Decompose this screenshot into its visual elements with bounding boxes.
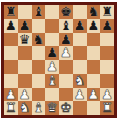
black-bishop-piece: ♝ xyxy=(60,19,72,33)
square-d5[interactable]: ♟ xyxy=(45,46,59,60)
square-g3[interactable] xyxy=(87,74,101,88)
square-g8[interactable]: ♞ xyxy=(87,5,101,19)
black-king-piece: ♚ xyxy=(60,5,72,19)
square-a5[interactable] xyxy=(4,46,18,60)
square-e6[interactable]: ♟ xyxy=(59,33,73,47)
square-e4[interactable] xyxy=(59,60,73,74)
square-e3[interactable] xyxy=(59,74,73,88)
black-bishop-piece: ♝ xyxy=(33,5,45,19)
square-b2[interactable]: ♟ xyxy=(18,88,32,102)
black-pawn-piece: ♟ xyxy=(60,33,72,47)
square-a2[interactable]: ♟ xyxy=(4,88,18,102)
square-e2[interactable] xyxy=(59,88,73,102)
square-c8[interactable]: ♝ xyxy=(32,5,46,19)
square-b4[interactable] xyxy=(18,60,32,74)
square-c6[interactable]: ♞ xyxy=(32,33,46,47)
chess-board-frame: ♜♝♚♞♜♟♟♝♟♟♟♛♞♟♟♟♟♝♞♟♟♟♟♟♜♞♝♛♚♜ xyxy=(1,2,117,118)
square-g1[interactable] xyxy=(87,101,101,115)
square-h7[interactable]: ♟ xyxy=(100,19,114,33)
square-a6[interactable] xyxy=(4,33,18,47)
square-d2[interactable] xyxy=(45,88,59,102)
black-queen-piece: ♛ xyxy=(19,33,31,47)
chess-board: ♜♝♚♞♜♟♟♝♟♟♟♛♞♟♟♟♟♝♞♟♟♟♟♟♜♞♝♛♚♜ xyxy=(4,5,114,115)
square-a8[interactable]: ♜ xyxy=(4,5,18,19)
black-rook-piece: ♜ xyxy=(101,5,113,19)
square-a3[interactable] xyxy=(4,74,18,88)
square-a1[interactable]: ♜ xyxy=(4,101,18,115)
black-pawn-piece: ♟ xyxy=(5,19,17,33)
square-d4[interactable]: ♟ xyxy=(45,60,59,74)
square-h6[interactable] xyxy=(100,33,114,47)
black-rook-piece: ♜ xyxy=(5,5,17,19)
square-c5[interactable] xyxy=(32,46,46,60)
square-e5[interactable]: ♟ xyxy=(59,46,73,60)
square-c1[interactable]: ♝ xyxy=(32,101,46,115)
square-e7[interactable]: ♝ xyxy=(59,19,73,33)
square-h1[interactable]: ♜ xyxy=(100,101,114,115)
white-pawn-piece: ♟ xyxy=(46,60,58,74)
black-knight-piece: ♞ xyxy=(33,33,45,47)
white-rook-piece: ♜ xyxy=(5,101,17,115)
white-knight-piece: ♞ xyxy=(74,74,86,88)
black-pawn-piece: ♟ xyxy=(101,19,113,33)
square-f8[interactable] xyxy=(73,5,87,19)
square-d8[interactable] xyxy=(45,5,59,19)
black-pawn-piece: ♟ xyxy=(46,46,58,60)
square-e1[interactable]: ♚ xyxy=(59,101,73,115)
white-knight-piece: ♞ xyxy=(19,101,31,115)
white-pawn-piece: ♟ xyxy=(101,88,113,102)
square-a7[interactable]: ♟ xyxy=(4,19,18,33)
square-f1[interactable] xyxy=(73,101,87,115)
black-knight-piece: ♞ xyxy=(88,5,100,19)
square-g2[interactable]: ♟ xyxy=(87,88,101,102)
square-f5[interactable] xyxy=(73,46,87,60)
square-h5[interactable] xyxy=(100,46,114,60)
square-e8[interactable]: ♚ xyxy=(59,5,73,19)
square-b3[interactable] xyxy=(18,74,32,88)
square-h2[interactable]: ♟ xyxy=(100,88,114,102)
white-bishop-piece: ♝ xyxy=(33,101,45,115)
black-pawn-piece: ♟ xyxy=(74,19,86,33)
square-b6[interactable]: ♛ xyxy=(18,33,32,47)
square-g5[interactable] xyxy=(87,46,101,60)
square-b8[interactable] xyxy=(18,5,32,19)
square-b7[interactable]: ♟ xyxy=(18,19,32,33)
square-c4[interactable] xyxy=(32,60,46,74)
square-g6[interactable] xyxy=(87,33,101,47)
white-queen-piece: ♛ xyxy=(46,101,58,115)
white-pawn-piece: ♟ xyxy=(5,88,17,102)
square-a4[interactable] xyxy=(4,60,18,74)
square-c7[interactable] xyxy=(32,19,46,33)
white-king-piece: ♚ xyxy=(60,101,72,115)
square-f3[interactable]: ♞ xyxy=(73,74,87,88)
square-c2[interactable] xyxy=(32,88,46,102)
square-f7[interactable]: ♟ xyxy=(73,19,87,33)
white-rook-piece: ♜ xyxy=(101,101,113,115)
square-d7[interactable] xyxy=(45,19,59,33)
black-pawn-piece: ♟ xyxy=(19,19,31,33)
square-h8[interactable]: ♜ xyxy=(100,5,114,19)
square-d3[interactable]: ♝ xyxy=(45,74,59,88)
square-d1[interactable]: ♛ xyxy=(45,101,59,115)
black-pawn-piece: ♟ xyxy=(88,19,100,33)
square-g4[interactable] xyxy=(87,60,101,74)
white-pawn-piece: ♟ xyxy=(60,46,72,60)
square-f4[interactable] xyxy=(73,60,87,74)
square-b5[interactable] xyxy=(18,46,32,60)
square-c3[interactable] xyxy=(32,74,46,88)
square-f6[interactable] xyxy=(73,33,87,47)
square-h3[interactable] xyxy=(100,74,114,88)
white-bishop-piece: ♝ xyxy=(46,74,58,88)
white-pawn-piece: ♟ xyxy=(88,88,100,102)
white-pawn-piece: ♟ xyxy=(74,88,86,102)
square-f2[interactable]: ♟ xyxy=(73,88,87,102)
square-g7[interactable]: ♟ xyxy=(87,19,101,33)
square-h4[interactable] xyxy=(100,60,114,74)
square-d6[interactable] xyxy=(45,33,59,47)
white-pawn-piece: ♟ xyxy=(19,88,31,102)
square-b1[interactable]: ♞ xyxy=(18,101,32,115)
